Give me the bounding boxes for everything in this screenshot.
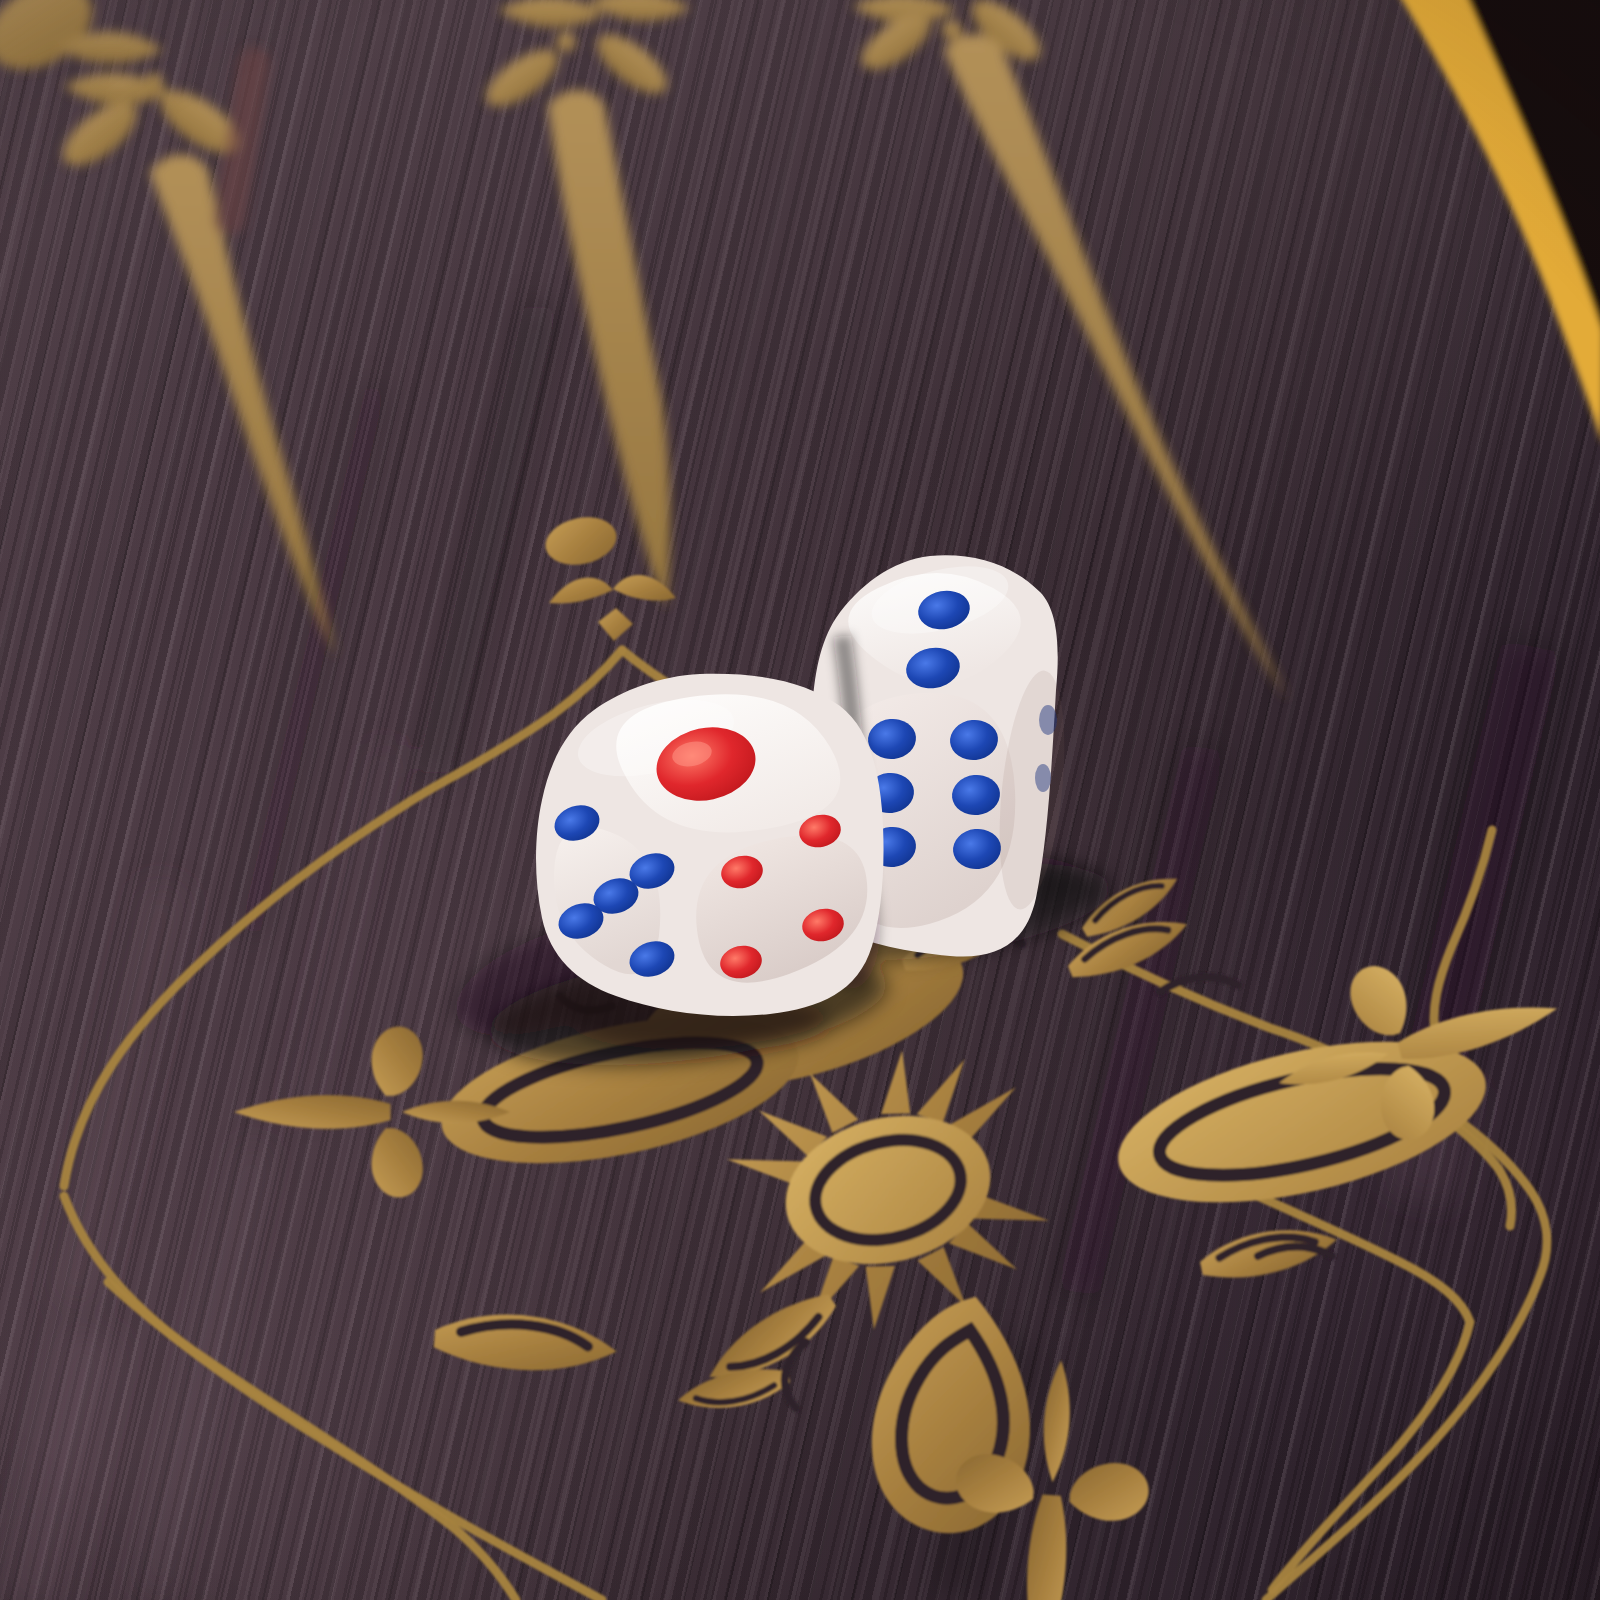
fleur-west bbox=[234, 1027, 510, 1198]
petal-south bbox=[857, 1283, 1054, 1545]
leaf-w bbox=[433, 1309, 619, 1376]
rosette bbox=[234, 864, 1580, 1600]
finial-dot bbox=[541, 511, 621, 571]
floral-cluster-1 bbox=[0, 0, 249, 177]
finial-scroll-left bbox=[549, 578, 613, 604]
die-1-red bbox=[536, 674, 884, 1016]
board-edge bbox=[1390, 0, 1600, 444]
backgammon-board-photo bbox=[0, 0, 1600, 1600]
finial-diamond bbox=[598, 608, 633, 641]
board-artwork bbox=[0, 0, 1600, 1600]
point-spear-1 bbox=[150, 154, 336, 656]
floral-cluster-3 bbox=[852, 0, 1050, 80]
